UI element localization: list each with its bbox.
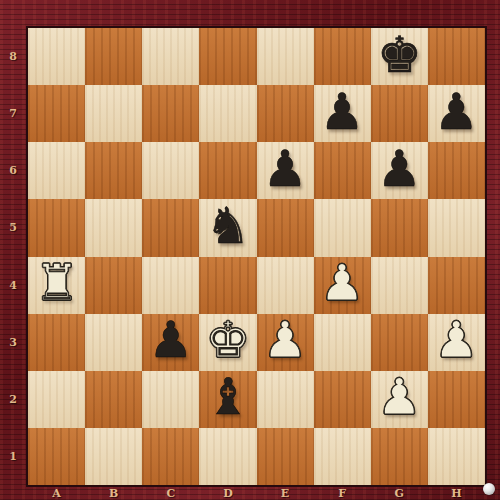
square-g6[interactable]: ♟ [371,142,428,199]
white-pawn-e3[interactable]: ♟ [263,315,308,365]
file-label-c: C [142,486,199,500]
square-c6[interactable] [142,142,199,199]
square-d8[interactable] [199,28,256,85]
square-f1[interactable] [314,428,371,485]
square-f8[interactable] [314,28,371,85]
square-f2[interactable] [314,371,371,428]
square-a1[interactable] [28,428,85,485]
rank-label-5: 5 [0,199,26,256]
square-a8[interactable] [28,28,85,85]
rank-label-4: 4 [0,257,26,314]
white-pawn-h3[interactable]: ♟ [434,315,479,365]
square-f6[interactable] [314,142,371,199]
file-label-f: F [314,486,371,500]
square-h7[interactable]: ♟ [428,85,485,142]
white-pawn-f4[interactable]: ♟ [320,258,365,308]
square-a3[interactable] [28,314,85,371]
square-a7[interactable] [28,85,85,142]
square-f7[interactable]: ♟ [314,85,371,142]
black-pawn-h7[interactable]: ♟ [434,87,479,137]
chessboard-frame: ♚♟♟♟♟♞♜♟♟♚♟♟♝♟ 87654321 ABCDEFGH [0,0,500,500]
square-c5[interactable] [142,199,199,256]
board: ♚♟♟♟♟♞♜♟♟♚♟♟♝♟ [26,26,487,487]
black-pawn-c3[interactable]: ♟ [148,315,193,365]
square-a2[interactable] [28,371,85,428]
square-h3[interactable]: ♟ [428,314,485,371]
file-label-d: D [199,486,256,500]
file-label-b: B [85,486,142,500]
square-b2[interactable] [85,371,142,428]
square-f4[interactable]: ♟ [314,257,371,314]
rank-labels: 87654321 [0,28,26,485]
square-c2[interactable] [142,371,199,428]
square-e3[interactable]: ♟ [257,314,314,371]
white-king-d3[interactable]: ♚ [206,315,251,365]
square-b8[interactable] [85,28,142,85]
square-b5[interactable] [85,199,142,256]
square-b4[interactable] [85,257,142,314]
square-b3[interactable] [85,314,142,371]
square-a6[interactable] [28,142,85,199]
square-d6[interactable] [199,142,256,199]
square-g1[interactable] [371,428,428,485]
square-h1[interactable] [428,428,485,485]
black-knight-d5[interactable]: ♞ [206,201,251,251]
square-b7[interactable] [85,85,142,142]
file-label-h: H [428,486,485,500]
rank-label-8: 8 [0,28,26,85]
square-f3[interactable] [314,314,371,371]
file-label-g: G [371,486,428,500]
square-g7[interactable] [371,85,428,142]
black-pawn-e6[interactable]: ♟ [263,144,308,194]
square-e2[interactable] [257,371,314,428]
square-c8[interactable] [142,28,199,85]
file-label-e: E [257,486,314,500]
square-a5[interactable] [28,199,85,256]
white-pawn-g2[interactable]: ♟ [377,372,422,422]
square-g5[interactable] [371,199,428,256]
rank-label-3: 3 [0,314,26,371]
square-h6[interactable] [428,142,485,199]
square-e6[interactable]: ♟ [257,142,314,199]
square-e1[interactable] [257,428,314,485]
white-rook-a4[interactable]: ♜ [34,258,79,308]
black-bishop-d2[interactable]: ♝ [206,372,251,422]
file-label-a: A [28,486,85,500]
side-to-move-indicator [483,483,495,495]
square-h8[interactable] [428,28,485,85]
square-g2[interactable]: ♟ [371,371,428,428]
square-c1[interactable] [142,428,199,485]
square-c7[interactable] [142,85,199,142]
square-f5[interactable] [314,199,371,256]
square-e4[interactable] [257,257,314,314]
square-g8[interactable]: ♚ [371,28,428,85]
rank-label-6: 6 [0,142,26,199]
rank-label-7: 7 [0,85,26,142]
square-b6[interactable] [85,142,142,199]
square-g4[interactable] [371,257,428,314]
square-e5[interactable] [257,199,314,256]
square-h5[interactable] [428,199,485,256]
rank-label-1: 1 [0,428,26,485]
square-d4[interactable] [199,257,256,314]
square-h2[interactable] [428,371,485,428]
square-d7[interactable] [199,85,256,142]
square-b1[interactable] [85,428,142,485]
square-g3[interactable] [371,314,428,371]
file-labels: ABCDEFGH [28,486,485,500]
black-king-g8[interactable]: ♚ [377,30,422,80]
square-a4[interactable]: ♜ [28,257,85,314]
square-d5[interactable]: ♞ [199,199,256,256]
black-pawn-f7[interactable]: ♟ [320,87,365,137]
rank-label-2: 2 [0,371,26,428]
square-d3[interactable]: ♚ [199,314,256,371]
square-h4[interactable] [428,257,485,314]
black-pawn-g6[interactable]: ♟ [377,144,422,194]
square-c3[interactable]: ♟ [142,314,199,371]
square-c4[interactable] [142,257,199,314]
square-e8[interactable] [257,28,314,85]
square-e7[interactable] [257,85,314,142]
square-d2[interactable]: ♝ [199,371,256,428]
square-d1[interactable] [199,428,256,485]
